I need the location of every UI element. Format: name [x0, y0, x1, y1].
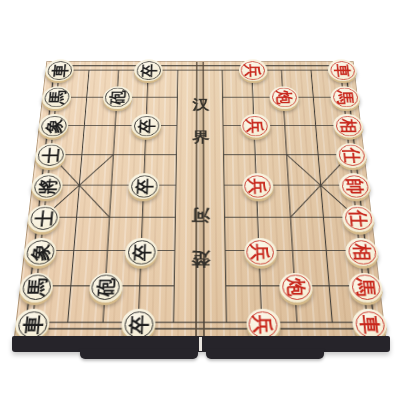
piece-black-horse-2: 馬 — [18, 273, 54, 303]
piece-glyph: 砲 — [108, 90, 127, 104]
board-fold-gap — [199, 337, 202, 351]
piece-red-chariot-1: 車 — [327, 59, 358, 81]
board-perspective-wrapper: 汉 界 河 楚 車馬象士將士象馬車砲砲卒卒卒卒卒兵兵兵兵兵炮炮車馬相仕帥仕相馬車 — [14, 61, 386, 337]
piece-black-cannon-2: 砲 — [88, 273, 123, 303]
piece-black-soldier-4: 卒 — [125, 238, 158, 266]
piece-glyph: 卒 — [134, 178, 154, 194]
xiangqi-product-photo: 汉 界 河 楚 車馬象士將士象馬車砲砲卒卒卒卒卒兵兵兵兵兵炮炮車馬相仕帥仕相馬車 — [0, 0, 400, 400]
piece-red-general: 帥 — [338, 173, 372, 199]
piece-red-horse-2: 馬 — [348, 273, 384, 303]
piece-black-soldier-1: 卒 — [134, 59, 163, 81]
piece-glyph: 炮 — [275, 90, 294, 104]
piece-black-soldier-2: 卒 — [131, 114, 161, 138]
piece-glyph: 相 — [351, 243, 373, 260]
piece-glyph: 將 — [37, 178, 58, 194]
piece-glyph: 象 — [29, 243, 51, 260]
piece-black-general: 將 — [30, 173, 64, 199]
xiangqi-board: 汉 界 河 楚 車馬象士將士象馬車砲砲卒卒卒卒卒兵兵兵兵兵炮炮車馬相仕帥仕相馬車 — [14, 61, 386, 337]
piece-red-soldier-4: 兵 — [244, 238, 277, 266]
piece-red-advisor-1: 仕 — [335, 143, 368, 168]
piece-black-elephant-2: 象 — [22, 238, 57, 266]
piece-glyph: 卒 — [128, 315, 150, 334]
pieces-layer: 車馬象士將士象馬車砲砲卒卒卒卒卒兵兵兵兵兵炮炮車馬相仕帥仕相馬車 — [15, 62, 385, 336]
piece-black-horse-1: 馬 — [41, 86, 72, 109]
piece-glyph: 砲 — [95, 278, 116, 296]
piece-black-advisor-2: 士 — [26, 205, 60, 232]
piece-glyph: 炮 — [286, 278, 307, 296]
piece-glyph: 兵 — [246, 118, 265, 133]
piece-glyph: 仕 — [348, 210, 369, 227]
piece-glyph: 象 — [44, 118, 64, 133]
piece-glyph: 兵 — [244, 64, 262, 77]
piece-glyph: 相 — [338, 118, 358, 133]
piece-black-chariot-1: 車 — [44, 59, 75, 81]
piece-glyph: 士 — [40, 148, 60, 163]
piece-black-advisor-1: 士 — [34, 143, 67, 168]
piece-glyph: 車 — [333, 64, 352, 77]
piece-glyph: 士 — [33, 210, 54, 227]
piece-red-cannon-2: 炮 — [279, 273, 314, 303]
piece-glyph: 兵 — [250, 243, 271, 260]
piece-glyph: 馬 — [25, 278, 47, 296]
piece-glyph: 帥 — [344, 178, 365, 194]
piece-black-elephant-1: 象 — [37, 114, 69, 138]
piece-red-soldier-2: 兵 — [240, 114, 270, 138]
piece-glyph: 車 — [358, 315, 381, 334]
piece-glyph: 馬 — [336, 90, 355, 104]
piece-black-soldier-3: 卒 — [128, 173, 160, 199]
piece-black-cannon-1: 砲 — [102, 86, 132, 109]
piece-red-cannon-1: 炮 — [269, 86, 299, 109]
piece-glyph: 馬 — [355, 278, 377, 296]
piece-red-soldier-1: 兵 — [238, 59, 267, 81]
piece-glyph: 馬 — [47, 90, 66, 104]
piece-glyph: 兵 — [248, 178, 268, 194]
piece-glyph: 卒 — [137, 118, 156, 133]
piece-red-elephant-2: 相 — [344, 238, 379, 266]
piece-red-soldier-3: 兵 — [242, 173, 274, 199]
piece-glyph: 兵 — [252, 315, 274, 334]
piece-red-elephant-1: 相 — [332, 114, 364, 138]
piece-glyph: 仕 — [341, 148, 361, 163]
piece-glyph: 車 — [50, 64, 69, 77]
board-foot-right — [206, 349, 324, 359]
board-foot-left — [80, 349, 198, 359]
piece-red-advisor-2: 仕 — [341, 205, 375, 232]
piece-glyph: 卒 — [140, 64, 158, 77]
piece-red-horse-1: 馬 — [330, 86, 361, 109]
piece-glyph: 卒 — [131, 243, 152, 260]
piece-glyph: 車 — [21, 315, 44, 334]
